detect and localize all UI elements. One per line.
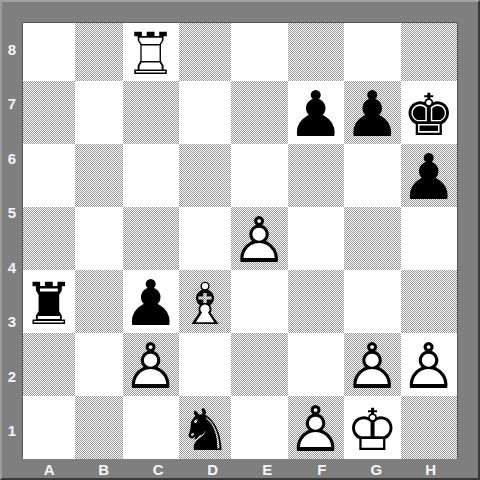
- rank-label-7: 7: [2, 77, 22, 132]
- square-c2[interactable]: [123, 396, 179, 459]
- square-a5[interactable]: [23, 207, 75, 270]
- piece-white-king-g2[interactable]: ♚♔: [344, 396, 400, 459]
- square-f5[interactable]: [288, 207, 344, 270]
- king-icon: ♔: [346, 401, 398, 459]
- pawn-icon: ♙: [344, 335, 400, 398]
- pawn-icon: ♙: [288, 398, 344, 461]
- square-a7[interactable]: [23, 81, 75, 144]
- square-f8[interactable]: [288, 23, 344, 81]
- square-g7[interactable]: ♟: [344, 81, 400, 144]
- king-icon: ♚: [403, 86, 455, 144]
- file-label-b: B: [77, 458, 132, 480]
- square-e6[interactable]: [231, 144, 287, 207]
- rank-label-8: 8: [2, 22, 22, 77]
- piece-black-rook-a4[interactable]: ♜: [23, 270, 75, 333]
- square-h8[interactable]: [401, 23, 457, 81]
- square-a8[interactable]: [23, 23, 75, 81]
- file-labels: ABCDEFGH: [22, 458, 458, 480]
- piece-white-pawn-f2[interactable]: ♟♙: [288, 396, 344, 459]
- square-c8[interactable]: ♜♖: [123, 23, 179, 81]
- square-d7[interactable]: [179, 81, 231, 144]
- rank-labels: 87654321: [2, 22, 22, 458]
- pawn-icon: ♙: [123, 335, 179, 398]
- rook-icon: ♜: [23, 275, 75, 333]
- square-c6[interactable]: [123, 144, 179, 207]
- piece-white-pawn-g3[interactable]: ♟♙: [344, 333, 400, 396]
- square-b8[interactable]: [75, 23, 123, 81]
- square-g6[interactable]: [344, 144, 400, 207]
- square-h7[interactable]: ♚: [401, 81, 457, 144]
- square-e8[interactable]: [231, 23, 287, 81]
- square-d5[interactable]: [179, 207, 231, 270]
- chess-board: ♜♖♟♟♚♟♟♙♜♟♝♗♟♙♟♙♟♙♞♟♙♚♔: [22, 22, 458, 458]
- square-f6[interactable]: [288, 144, 344, 207]
- file-label-g: G: [349, 458, 404, 480]
- square-d3[interactable]: [179, 333, 231, 396]
- pawn-icon: ♟: [123, 272, 179, 335]
- square-b3[interactable]: [75, 333, 123, 396]
- square-e3[interactable]: [231, 333, 287, 396]
- piece-white-pawn-e5[interactable]: ♟♙: [231, 207, 287, 270]
- square-b6[interactable]: [75, 144, 123, 207]
- piece-black-pawn-c4[interactable]: ♟: [123, 270, 179, 333]
- rank-label-2: 2: [2, 349, 22, 404]
- square-c4[interactable]: ♟: [123, 270, 179, 333]
- file-label-f: F: [295, 458, 350, 480]
- square-b4[interactable]: [75, 270, 123, 333]
- file-label-d: D: [186, 458, 241, 480]
- square-e4[interactable]: [231, 270, 287, 333]
- pawn-icon: ♟: [344, 83, 400, 146]
- square-b2[interactable]: [75, 396, 123, 459]
- file-label-c: C: [131, 458, 186, 480]
- square-g5[interactable]: [344, 207, 400, 270]
- square-g8[interactable]: [344, 23, 400, 81]
- square-c7[interactable]: [123, 81, 179, 144]
- square-a3[interactable]: [23, 333, 75, 396]
- rank-label-1: 1: [2, 404, 22, 459]
- square-g3[interactable]: ♟♙: [344, 333, 400, 396]
- rank-label-6: 6: [2, 131, 22, 186]
- square-d8[interactable]: [179, 23, 231, 81]
- file-label-h: H: [404, 458, 459, 480]
- square-a4[interactable]: ♜: [23, 270, 75, 333]
- square-h5[interactable]: [401, 207, 457, 270]
- pawn-icon: ♙: [401, 335, 457, 398]
- square-g4[interactable]: [344, 270, 400, 333]
- square-d4[interactable]: ♝♗: [179, 270, 231, 333]
- piece-white-pawn-c3[interactable]: ♟♙: [123, 333, 179, 396]
- square-c5[interactable]: [123, 207, 179, 270]
- square-h2[interactable]: [401, 396, 457, 459]
- piece-white-pawn-h3[interactable]: ♟♙: [401, 333, 457, 396]
- rank-label-5: 5: [2, 186, 22, 241]
- chess-diagram-panel: 87654321 ♜♖♟♟♚♟♟♙♜♟♝♗♟♙♟♙♟♙♞♟♙♚♔ ABCDEFG…: [0, 0, 480, 480]
- square-f3[interactable]: [288, 333, 344, 396]
- square-a6[interactable]: [23, 144, 75, 207]
- rook-icon: ♖: [125, 25, 177, 83]
- piece-black-king-h7[interactable]: ♚: [401, 81, 457, 144]
- square-e5[interactable]: ♟♙: [231, 207, 287, 270]
- rank-label-3: 3: [2, 295, 22, 350]
- file-label-a: A: [22, 458, 77, 480]
- square-f2[interactable]: ♟♙: [288, 396, 344, 459]
- square-e2[interactable]: [231, 396, 287, 459]
- file-label-e: E: [240, 458, 295, 480]
- pawn-icon: ♟: [288, 83, 344, 146]
- square-f7[interactable]: ♟: [288, 81, 344, 144]
- square-h3[interactable]: ♟♙: [401, 333, 457, 396]
- knight-icon: ♞: [179, 401, 231, 459]
- square-b7[interactable]: [75, 81, 123, 144]
- square-f4[interactable]: [288, 270, 344, 333]
- piece-white-rook-c8[interactable]: ♜♖: [123, 23, 179, 81]
- piece-black-pawn-g7[interactable]: ♟: [344, 81, 400, 144]
- square-d2[interactable]: ♞: [179, 396, 231, 459]
- pawn-icon: ♙: [231, 209, 287, 272]
- square-e7[interactable]: [231, 81, 287, 144]
- square-b5[interactable]: [75, 207, 123, 270]
- piece-white-bishop-d4[interactable]: ♝♗: [179, 270, 231, 333]
- square-h6[interactable]: ♟: [401, 144, 457, 207]
- piece-black-knight-d2[interactable]: ♞: [179, 396, 231, 459]
- square-d6[interactable]: [179, 144, 231, 207]
- pawn-icon: ♟: [401, 146, 457, 209]
- square-h4[interactable]: [401, 270, 457, 333]
- square-c3[interactable]: ♟♙: [123, 333, 179, 396]
- piece-black-pawn-f7[interactable]: ♟: [288, 81, 344, 144]
- piece-black-pawn-h6[interactable]: ♟: [401, 144, 457, 207]
- rank-label-4: 4: [2, 240, 22, 295]
- square-g2[interactable]: ♚♔: [344, 396, 400, 459]
- bishop-icon: ♗: [179, 275, 231, 333]
- square-a2[interactable]: [23, 396, 75, 459]
